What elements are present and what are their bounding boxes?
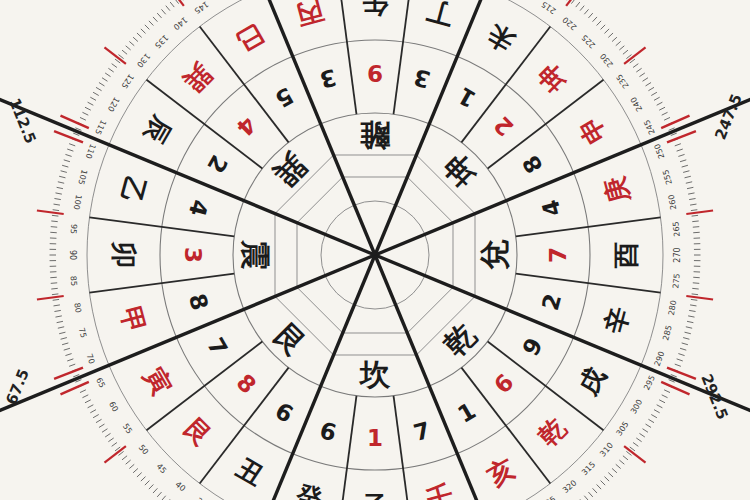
star-number-甲: 8 [185,292,211,313]
star-number-戌: 9 [520,334,548,359]
degree-label-305: 305 [616,420,631,437]
degree-label-260: 260 [668,194,679,210]
degree-label-135: 135 [153,33,169,49]
mountain-label-辰: 辰 [140,112,176,148]
degree-label-230: 230 [599,52,615,69]
degree-label-65: 65 [95,377,107,390]
degree-label-270: 270 [674,247,682,262]
mountain-label-庚: 庚 [602,174,634,206]
star-number-庚: 4 [539,197,565,218]
degree-label-110: 110 [84,143,97,160]
degree-label-140: 140 [172,15,189,31]
mountain-label-丁: 丁 [424,0,456,28]
star-number-丙: 3 [317,65,338,91]
degree-label-250: 250 [653,143,666,160]
star-number-癸: 6 [317,419,338,445]
degree-label-320: 320 [561,479,578,495]
mountain-label-午: 午 [362,0,388,17]
mountain-label-戌: 戌 [575,363,611,399]
trigram-label-坎: 坎 [360,360,390,390]
degree-label-45: 45 [154,463,167,476]
degree-label-275: 275 [672,273,681,289]
trigram-label-震: 震 [240,240,270,270]
star-number-乾: 6 [491,371,519,399]
mountain-label-丑: 丑 [232,455,268,491]
mountain-label-未: 未 [483,20,519,56]
degree-label-215: 215 [540,0,557,14]
trigram-label-巽: 巽 [269,149,311,191]
degree-label-125: 125 [119,73,134,90]
degree-label-120: 120 [105,95,120,112]
degree-label-315: 315 [581,461,597,477]
degree-label-60: 60 [107,400,119,413]
mountain-label-坤: 坤 [534,59,571,96]
trigram-label-離: 離 [360,120,390,150]
star-number-艮: 8 [232,371,260,399]
degree-label-240: 240 [630,95,645,112]
degree-label-80: 80 [72,302,82,313]
mountain-label-壬: 壬 [424,482,456,500]
mountain-label-甲: 甲 [117,304,149,336]
mountain-label-乙: 乙 [117,174,149,206]
luopan-compass-diagram: 112.5 247.5 67.5 292.5 離坤兌乾坎艮震巽3丙9午3丁1未2… [0,0,750,500]
star-number-坤: 2 [491,112,519,140]
degree-label-310: 310 [599,441,615,458]
star-number-未: 1 [454,83,479,111]
degree-label-145: 145 [193,0,210,14]
mountain-label-丙: 丙 [294,0,326,28]
star-number-壬: 7 [412,419,433,445]
star-number-巳: 5 [271,83,296,111]
trigram-label-艮: 艮 [269,319,311,361]
degree-label-130: 130 [135,52,151,69]
degree-label-295: 295 [643,374,657,391]
mountain-label-艮: 艮 [179,414,216,451]
degree-label-85: 85 [69,276,78,287]
boundary-degree-label-lower-right: 292.5 [698,372,730,422]
degree-label-40: 40 [174,481,187,494]
trigram-label-坤: 坤 [439,149,481,191]
star-number-卯: 3 [181,247,204,263]
mountain-label-辛: 辛 [602,304,634,336]
degree-label-265: 265 [672,221,681,237]
star-number-乙: 4 [185,197,211,218]
boundary-degree-label-lower-left: 67.5 [4,367,32,407]
degree-label-290: 290 [653,350,666,367]
trigram-label-乾: 乾 [439,319,481,361]
mountain-label-巳: 巳 [232,20,268,56]
mountain-label-申: 申 [575,112,611,148]
star-number-子: 1 [367,427,383,450]
star-number-丑: 6 [271,400,296,428]
degree-label-225: 225 [581,33,597,49]
degree-label-100: 100 [71,194,82,210]
degree-label-50: 50 [137,443,150,456]
mountain-label-子: 子 [362,493,388,500]
degree-label-70: 70 [85,352,96,364]
degree-label-285: 285 [662,325,674,342]
star-number-辰: 2 [203,151,231,176]
boundary-degree-label-upper-right: 247.5 [713,92,745,142]
degree-label-90: 90 [68,250,76,260]
star-number-巽: 4 [232,112,260,140]
degree-label-95: 95 [69,223,78,234]
star-number-酉: 7 [547,247,570,263]
star-number-午: 9 [367,61,383,84]
mountain-label-乾: 乾 [534,414,571,451]
mountain-label-酉: 酉 [613,242,639,268]
star-number-辛: 2 [539,292,565,313]
degree-label-75: 75 [77,327,87,339]
compass-text-layer: 112.5 247.5 67.5 292.5 離坤兌乾坎艮震巽3丙9午3丁1未2… [0,0,750,500]
degree-label-255: 255 [662,168,674,185]
star-number-丁: 3 [412,65,433,91]
star-number-寅: 7 [203,334,231,359]
boundary-degree-label-upper-left: 112.5 [6,96,38,146]
degree-label-280: 280 [668,299,679,315]
mountain-label-寅: 寅 [140,363,176,399]
mountain-label-癸: 癸 [294,482,326,500]
mountain-label-巽: 巽 [179,59,216,96]
mountain-label-卯: 卯 [111,242,137,268]
star-number-亥: 1 [454,400,479,428]
degree-label-220: 220 [561,15,578,31]
degree-label-300: 300 [630,398,645,415]
degree-label-115: 115 [94,118,108,135]
mountain-label-亥: 亥 [483,455,519,491]
star-number-申: 8 [520,151,548,176]
degree-label-105: 105 [76,168,88,185]
degree-label-325: 325 [540,496,557,500]
degree-label-55: 55 [121,422,133,435]
trigram-label-兌: 兌 [480,240,510,270]
degree-label-245: 245 [643,118,657,135]
degree-label-235: 235 [616,73,631,90]
